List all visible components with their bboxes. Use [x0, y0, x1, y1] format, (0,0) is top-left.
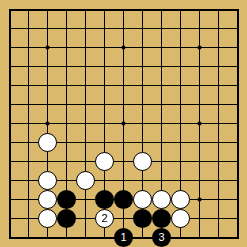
stone-black	[57, 190, 76, 209]
stone-white-move-2: 2	[95, 209, 114, 228]
stone-white	[133, 152, 152, 171]
board-grid-lines	[0, 0, 247, 247]
stone-white	[76, 171, 95, 190]
stone-white	[38, 171, 57, 190]
stone-black-move-3: 3	[152, 228, 171, 247]
stone-black	[152, 209, 171, 228]
stone-white	[38, 190, 57, 209]
stone-white	[133, 190, 152, 209]
stone-white	[38, 209, 57, 228]
stone-black-move-1: 1	[114, 228, 133, 247]
stone-white	[38, 133, 57, 152]
stone-black	[57, 209, 76, 228]
go-board: 213	[0, 0, 247, 247]
stone-black	[95, 190, 114, 209]
stone-black	[114, 190, 133, 209]
stone-white	[171, 209, 190, 228]
stone-white	[171, 190, 190, 209]
stone-white	[152, 190, 171, 209]
stone-black	[133, 209, 152, 228]
stone-white	[95, 152, 114, 171]
